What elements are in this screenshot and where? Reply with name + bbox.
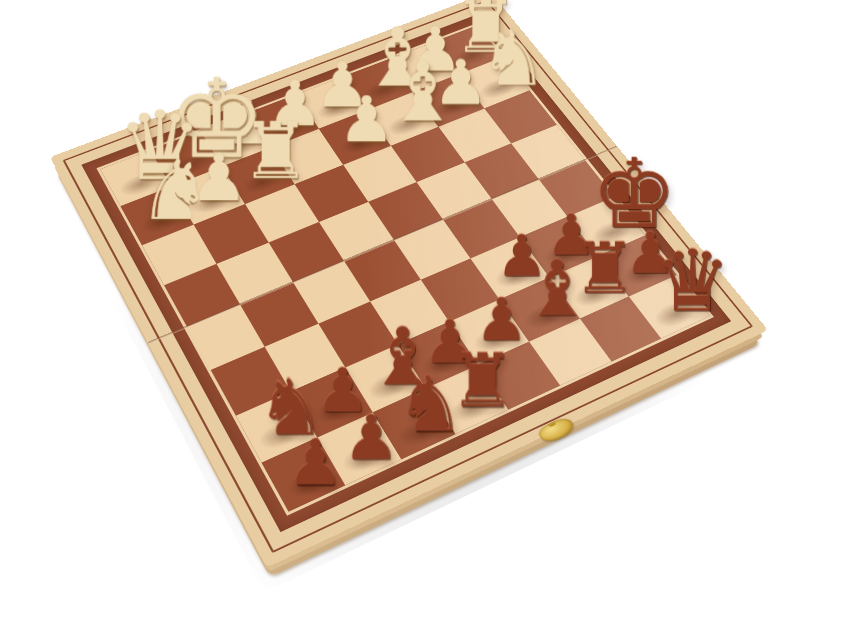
photo-background: ♛♚♟♟♟♝♟♜♞♟♜♟♝♟♞♟♟♚♞♟♝♟♟♝♜♟♟♟♞♜♛ [0,0,844,622]
piece-black-queen-h8[interactable]: ♛ [653,239,712,324]
piece-white-pawn-e2[interactable]: ♟ [338,89,392,152]
piece-white-rook-c2[interactable]: ♜ [240,113,295,191]
piece-black-pawn-b8[interactable]: ♟ [340,406,403,468]
piece-black-pawn-a8[interactable]: ♟ [283,431,346,494]
chess-board: ♛♚♟♟♟♝♟♜♞♟♜♟♝♟♞♟♟♚♞♟♝♟♟♝♜♟♟♟♞♜♛ [50,0,768,568]
piece-white-knight-a2[interactable]: ♞ [138,149,194,232]
piece-black-knight-c8[interactable]: ♞ [395,366,457,443]
piece-black-bishop-f7[interactable]: ♝ [523,249,582,326]
